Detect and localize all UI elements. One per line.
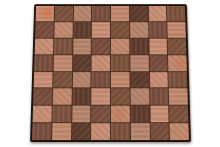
- square-f4[interactable]: [130, 72, 148, 88]
- chess-board: [32, 6, 189, 140]
- square-e2[interactable]: [111, 106, 130, 122]
- square-f7[interactable]: [130, 22, 148, 37]
- square-g4[interactable]: [149, 72, 168, 88]
- square-g7[interactable]: [149, 22, 167, 37]
- square-a8[interactable]: [36, 6, 54, 21]
- square-c3[interactable]: [72, 89, 91, 105]
- square-c2[interactable]: [72, 106, 91, 122]
- square-c4[interactable]: [72, 72, 90, 88]
- square-h3[interactable]: [169, 89, 188, 105]
- square-h6[interactable]: [168, 38, 186, 54]
- square-b2[interactable]: [52, 106, 71, 122]
- square-a5[interactable]: [34, 55, 53, 71]
- square-e3[interactable]: [111, 89, 129, 105]
- board-wrap: [30, 4, 191, 142]
- square-d3[interactable]: [92, 89, 110, 105]
- square-b4[interactable]: [53, 72, 72, 88]
- square-f5[interactable]: [130, 55, 148, 71]
- square-d1[interactable]: [91, 123, 110, 140]
- square-a6[interactable]: [35, 38, 53, 54]
- square-a4[interactable]: [34, 72, 53, 88]
- square-b7[interactable]: [54, 22, 72, 37]
- square-g1[interactable]: [150, 123, 169, 140]
- square-h5[interactable]: [168, 55, 187, 71]
- square-a2[interactable]: [33, 106, 52, 122]
- square-e1[interactable]: [111, 123, 130, 140]
- square-b8[interactable]: [54, 6, 72, 21]
- square-c1[interactable]: [72, 123, 91, 140]
- square-b3[interactable]: [53, 89, 72, 105]
- square-c7[interactable]: [73, 22, 91, 37]
- square-d4[interactable]: [92, 72, 110, 88]
- square-g2[interactable]: [150, 106, 169, 122]
- square-b6[interactable]: [54, 38, 72, 54]
- square-g5[interactable]: [149, 55, 167, 71]
- square-a1[interactable]: [32, 123, 51, 140]
- square-a7[interactable]: [35, 22, 53, 37]
- square-b1[interactable]: [52, 123, 71, 140]
- square-e7[interactable]: [111, 22, 129, 37]
- square-e4[interactable]: [111, 72, 129, 88]
- square-d5[interactable]: [92, 55, 110, 71]
- square-f2[interactable]: [130, 106, 149, 122]
- square-f1[interactable]: [131, 123, 150, 140]
- square-e6[interactable]: [111, 38, 129, 54]
- square-h4[interactable]: [169, 72, 188, 88]
- square-f8[interactable]: [130, 6, 148, 21]
- square-h1[interactable]: [170, 123, 189, 140]
- square-b5[interactable]: [53, 55, 71, 71]
- square-c5[interactable]: [73, 55, 91, 71]
- square-c6[interactable]: [73, 38, 91, 54]
- square-g8[interactable]: [148, 6, 166, 21]
- square-e5[interactable]: [111, 55, 129, 71]
- square-a3[interactable]: [33, 89, 52, 105]
- square-d8[interactable]: [92, 6, 110, 21]
- square-d6[interactable]: [92, 38, 110, 54]
- square-g3[interactable]: [150, 89, 169, 105]
- square-d7[interactable]: [92, 22, 110, 37]
- photo-background: [0, 0, 220, 147]
- square-g6[interactable]: [149, 38, 167, 54]
- square-c8[interactable]: [73, 6, 91, 21]
- square-f6[interactable]: [130, 38, 148, 54]
- square-h7[interactable]: [168, 22, 186, 37]
- square-d2[interactable]: [91, 106, 110, 122]
- square-h2[interactable]: [169, 106, 188, 122]
- square-f3[interactable]: [130, 89, 149, 105]
- board-frame: [30, 4, 191, 142]
- square-h8[interactable]: [167, 6, 185, 21]
- square-e8[interactable]: [111, 6, 129, 21]
